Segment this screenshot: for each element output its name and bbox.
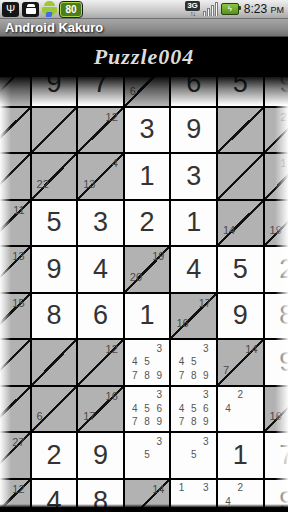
block-cell-r4c3: 1920 [125, 247, 170, 292]
entry-cell-r4c5[interactable]: 5 [218, 247, 263, 292]
block-cell-r3c5: 14 [218, 201, 263, 246]
puzzle-banner: Puzzle004 [0, 37, 288, 77]
block-cell-r8c0: 27 [0, 433, 30, 478]
entry-cell-r1c3[interactable]: 3 [125, 108, 170, 153]
entry-cell-r0c6[interactable]: 9 [265, 77, 288, 106]
network-3g-icon: 3G ↑↓ [185, 1, 200, 17]
block-cell-r5c0: 15 [0, 294, 30, 339]
app-title-bar: Android Kakuro [0, 19, 288, 37]
down-clue: 6 [130, 85, 136, 97]
clock: 8:23 PM [242, 2, 286, 16]
clock-time: 8:23 [244, 2, 267, 16]
entry-cell-r4c2[interactable]: 4 [78, 247, 123, 292]
cell-value: 9 [265, 340, 288, 385]
cell-value: 6 [78, 294, 123, 339]
block-cell-r1c5 [218, 108, 263, 153]
down-clue: 13 [83, 178, 95, 190]
entry-cell-r9c2[interactable]: 8 [78, 480, 123, 512]
candidates: 24 [218, 387, 263, 432]
block-cell-r0c0 [0, 77, 30, 106]
block-cell-r9c3: 14 [125, 480, 170, 512]
block-cell-r1c1 [32, 108, 77, 153]
block-cell-r9c0: 12 [0, 480, 30, 512]
block-cell-r6c5: 147 [218, 340, 263, 385]
across-clue: 14 [152, 483, 164, 495]
entry-cell-r4c1[interactable]: 9 [32, 247, 77, 292]
entry-cell-r3c4[interactable]: 1 [171, 201, 216, 246]
block-cell-r2c5 [218, 154, 263, 199]
cell-value: 1 [218, 433, 263, 478]
down-clue: 7 [223, 364, 229, 376]
kakuro-grid: 9766591239222413131115321141913941920452… [0, 77, 288, 512]
entry-cell-r3c1[interactable]: 5 [32, 201, 77, 246]
entry-cell-r0c4[interactable]: 6 [171, 77, 216, 106]
cell-value: 1 [125, 154, 170, 199]
cell-value: 1 [125, 294, 170, 339]
candidates: 3456789 [125, 387, 170, 432]
clock-ampm: PM [271, 5, 285, 15]
across-clue: 1 [281, 157, 287, 169]
entry-cell-r8c1[interactable]: 2 [32, 433, 77, 478]
candidates: 35 [171, 433, 216, 478]
entry-cell-r9c4[interactable]: 13 [171, 480, 216, 512]
block-cell-r2c6: 1 [265, 154, 288, 199]
down-clue: 14 [223, 224, 235, 236]
entry-cell-r2c3[interactable]: 1 [125, 154, 170, 199]
cell-value: 1 [171, 201, 216, 246]
puzzle-title: Puzzle004 [94, 44, 195, 70]
entry-cell-r0c1[interactable]: 9 [32, 77, 77, 106]
entry-cell-r6c4[interactable]: 345789 [171, 340, 216, 385]
entry-cell-r3c3[interactable]: 2 [125, 201, 170, 246]
block-cell-r6c0 [0, 340, 30, 385]
cell-value: 8 [265, 294, 288, 339]
entry-cell-r7c4[interactable]: 3456789 [171, 387, 216, 432]
entry-cell-r0c5[interactable]: 5 [218, 77, 263, 106]
cell-value: 8 [32, 294, 77, 339]
down-clue: 19 [270, 224, 282, 236]
cell-value: 3 [78, 201, 123, 246]
entry-cell-r4c4[interactable]: 4 [171, 247, 216, 292]
block-cell-r1c6: 2 [265, 108, 288, 153]
candidates: 3456789 [171, 387, 216, 432]
candidates: 345789 [125, 340, 170, 385]
entry-cell-r7c5[interactable]: 24 [218, 387, 263, 432]
cell-value: 9 [32, 77, 77, 106]
block-cell-r4c0: 13 [0, 247, 30, 292]
entry-cell-r1c4[interactable]: 9 [171, 108, 216, 153]
signal-strength-icon [203, 2, 218, 16]
candidates: 35 [125, 433, 170, 478]
down-clue: 6 [37, 410, 43, 422]
down-clue: 22 [37, 178, 49, 190]
app-title: Android Kakuro [5, 20, 103, 35]
block-cell-r3c6: 19 [265, 201, 288, 246]
cell-value: 3 [125, 108, 170, 153]
block-cell-r6c2: 12 [78, 340, 123, 385]
entry-cell-r6c6[interactable]: 9 [265, 340, 288, 385]
block-cell-r2c0 [0, 154, 30, 199]
across-clue: 11 [13, 204, 24, 216]
entry-cell-r8c3[interactable]: 35 [125, 433, 170, 478]
entry-cell-r8c2[interactable]: 9 [78, 433, 123, 478]
down-clue: 16 [176, 317, 188, 329]
adb-debug-icon [22, 2, 39, 17]
cell-value: 9 [218, 294, 263, 339]
across-clue: 4 [112, 157, 118, 169]
entry-cell-r5c1[interactable]: 8 [32, 294, 77, 339]
cell-value: 2 [32, 433, 77, 478]
cell-value: 8 [78, 480, 123, 512]
cell-value: 5 [218, 247, 263, 292]
cell-value: 7 [78, 77, 123, 106]
down-clue: 16 [270, 410, 282, 422]
entry-cell-r8c6[interactable]: 7 [265, 433, 288, 478]
entry-cell-r8c5[interactable]: 1 [218, 433, 263, 478]
entry-cell-r2c4[interactable]: 3 [171, 154, 216, 199]
cell-value: 9 [265, 77, 288, 106]
block-cell-r1c2: 12 [78, 108, 123, 153]
entry-cell-r3c2[interactable]: 3 [78, 201, 123, 246]
block-cell-r5c4: 1716 [171, 294, 216, 339]
cell-value: 3 [171, 154, 216, 199]
block-cell-r0c3: 6 [125, 77, 170, 106]
entry-cell-r9c1[interactable]: 4 [32, 480, 77, 512]
across-clue: 12 [12, 483, 24, 495]
block-cell-r7c1: 6 [32, 387, 77, 432]
android-robot-icon [42, 1, 57, 17]
down-clue: 17 [83, 410, 95, 422]
candidates: 345789 [171, 340, 216, 385]
block-cell-r2c1: 22 [32, 154, 77, 199]
block-cell-r7c2: 1617 [78, 387, 123, 432]
cell-value: 7 [265, 433, 288, 478]
cell-value: 9 [78, 433, 123, 478]
kakuro-board-viewport: 9766591239222413131115321141913941920452… [0, 77, 288, 512]
cell-value: 4 [32, 480, 77, 512]
usb-icon: Ψ [2, 2, 19, 17]
cell-value: 4 [171, 247, 216, 292]
across-clue: 17 [199, 297, 211, 309]
entry-cell-r9c6[interactable]: 9 [265, 480, 288, 512]
cell-value: 9 [171, 108, 216, 153]
network-arrows: ↑↓ [190, 10, 195, 17]
across-clue: 16 [106, 390, 118, 402]
across-clue: 2 [281, 111, 287, 123]
block-cell-r3c0: 11 [0, 201, 30, 246]
entry-cell-r6c3[interactable]: 345789 [125, 340, 170, 385]
screen: Ψ 80 3G ↑↓ ϟ 8:23 PM Android K [0, 0, 288, 512]
battery-icon: ϟ [221, 3, 239, 15]
block-cell-r7c0 [0, 387, 30, 432]
candidates: 24 [218, 480, 263, 512]
across-clue: 13 [12, 250, 24, 262]
block-cell-r6c1 [32, 340, 77, 385]
block-cell-r1c0 [0, 108, 30, 153]
across-clue: 15 [12, 297, 24, 309]
block-cell-r7c6: 16 [265, 387, 288, 432]
across-clue: 12 [106, 343, 118, 355]
across-clue: 12 [106, 111, 118, 123]
entry-cell-r8c4[interactable]: 35 [171, 433, 216, 478]
entry-cell-r0c2[interactable]: 7 [78, 77, 123, 106]
entry-cell-r4c6[interactable]: 2 [265, 247, 288, 292]
across-clue: 14 [245, 343, 257, 355]
entry-cell-r5c5[interactable]: 9 [218, 294, 263, 339]
status-bar[interactable]: Ψ 80 3G ↑↓ ϟ 8:23 PM [0, 0, 288, 19]
cell-value: 5 [218, 77, 263, 106]
cell-value: 9 [32, 247, 77, 292]
cell-value: 5 [32, 201, 77, 246]
cell-value: 2 [265, 247, 288, 292]
down-clue: 20 [130, 271, 142, 283]
across-clue: 19 [152, 250, 164, 262]
cell-value: 9 [265, 480, 288, 512]
entry-cell-r7c3[interactable]: 3456789 [125, 387, 170, 432]
block-cell-r2c2: 413 [78, 154, 123, 199]
entry-cell-r5c3[interactable]: 1 [125, 294, 170, 339]
candidates: 13 [171, 480, 216, 512]
across-clue: 27 [12, 436, 24, 448]
cell-value: 2 [125, 201, 170, 246]
battery-percent-badge: 80 [60, 2, 82, 17]
cell-value: 6 [171, 77, 216, 106]
entry-cell-r5c2[interactable]: 6 [78, 294, 123, 339]
entry-cell-r9c5[interactable]: 24 [218, 480, 263, 512]
cell-value: 4 [78, 247, 123, 292]
entry-cell-r5c6[interactable]: 8 [265, 294, 288, 339]
